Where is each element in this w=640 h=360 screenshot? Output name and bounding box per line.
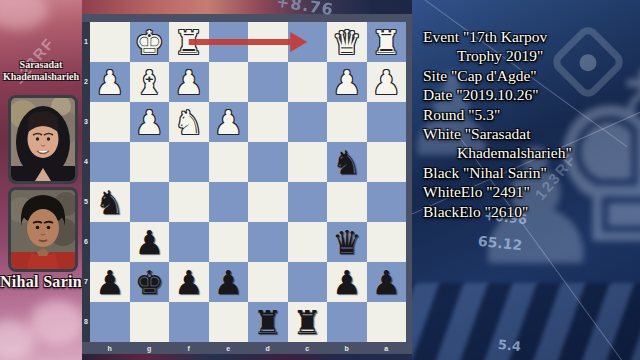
square-f2[interactable]: ♟ bbox=[169, 62, 209, 102]
pgn-tag-line-8: WhiteElo "2491" bbox=[423, 182, 638, 201]
piece-black-pawn: ♟ bbox=[367, 262, 407, 302]
square-h8[interactable] bbox=[90, 302, 130, 342]
white-player-name-line1: Sarasadat bbox=[0, 59, 82, 71]
chess-board: 12345678 ♚♜♛♜♟♝♟♟♟♟♞♟♞♞♟♛♟♚♟♟♟♟♜♜ hgfedc… bbox=[82, 14, 412, 354]
background-blur-blob bbox=[0, 0, 48, 30]
square-d5[interactable] bbox=[248, 182, 288, 222]
square-h6[interactable] bbox=[90, 222, 130, 262]
piece-white-queen: ♛ bbox=[327, 22, 367, 62]
square-f4[interactable] bbox=[169, 142, 209, 182]
chessboard-floor-backdrop bbox=[412, 283, 640, 360]
white-player-photo bbox=[8, 95, 78, 184]
square-f1[interactable]: ♜ bbox=[169, 22, 209, 62]
pgn-tags: Event "17th KarpovTrophy 2019"Site "Cap … bbox=[423, 27, 638, 221]
pgn-tag-line-2: Site "Cap d'Agde" bbox=[423, 66, 638, 85]
file-label-g: g bbox=[130, 344, 170, 354]
white-player-portrait-illustration bbox=[11, 98, 75, 181]
square-e8[interactable] bbox=[209, 302, 249, 342]
file-labels: hgfedcba bbox=[90, 344, 406, 354]
square-h5[interactable]: ♞ bbox=[90, 182, 130, 222]
bottom-banner bbox=[82, 354, 412, 360]
square-g8[interactable] bbox=[130, 302, 170, 342]
black-player-portrait-illustration bbox=[11, 190, 75, 269]
background-blur-blob bbox=[30, 300, 82, 345]
top-banner bbox=[82, 0, 412, 14]
ticker-number: 5.4 bbox=[497, 337, 521, 354]
square-b6[interactable]: ♛ bbox=[327, 222, 367, 262]
pgn-tag-line-1: Trophy 2019" bbox=[457, 46, 638, 65]
piece-white-knight: ♞ bbox=[169, 102, 209, 142]
square-e7[interactable]: ♟ bbox=[209, 262, 249, 302]
piece-black-knight: ♞ bbox=[90, 182, 130, 222]
file-label-d: d bbox=[248, 344, 288, 354]
square-f3[interactable]: ♞ bbox=[169, 102, 209, 142]
square-g2[interactable]: ♝ bbox=[130, 62, 170, 102]
rank-label-1: 1 bbox=[82, 22, 90, 62]
pgn-tag-line-7: Black "Nihal Sarin" bbox=[423, 163, 638, 182]
piece-white-bishop: ♝ bbox=[130, 62, 170, 102]
board-squares: ♚♜♛♜♟♝♟♟♟♟♞♟♞♞♟♛♟♚♟♟♟♟♜♜ bbox=[90, 22, 406, 342]
square-d1[interactable] bbox=[248, 22, 288, 62]
square-h2[interactable]: ♟ bbox=[90, 62, 130, 102]
square-b5[interactable] bbox=[327, 182, 367, 222]
square-a2[interactable]: ♟ bbox=[367, 62, 407, 102]
rank-label-3: 3 bbox=[82, 102, 90, 142]
piece-black-pawn: ♟ bbox=[130, 222, 170, 262]
piece-white-pawn: ♟ bbox=[90, 62, 130, 102]
piece-white-king: ♚ bbox=[130, 22, 170, 62]
game-info-panel: ♚ ♟ ♟ 123RF +0.96 65.12 5.4 Event "17th … bbox=[412, 0, 640, 360]
pgn-tag-line-4: Round "5.3" bbox=[423, 105, 638, 124]
square-h1[interactable] bbox=[90, 22, 130, 62]
white-player-name: Sarasadat Khademalsharieh bbox=[0, 59, 82, 83]
square-g6[interactable]: ♟ bbox=[130, 222, 170, 262]
square-b4[interactable]: ♞ bbox=[327, 142, 367, 182]
white-player-name-line2: Khademalsharieh bbox=[0, 71, 82, 83]
square-a5[interactable] bbox=[367, 182, 407, 222]
square-a4[interactable] bbox=[367, 142, 407, 182]
square-b1[interactable]: ♛ bbox=[327, 22, 367, 62]
square-c5[interactable] bbox=[288, 182, 328, 222]
file-label-c: c bbox=[288, 344, 328, 354]
video-thumbnail-root: 123RF Sarasadat Khademalsharieh bbox=[0, 0, 640, 360]
square-f5[interactable] bbox=[169, 182, 209, 222]
piece-white-pawn: ♟ bbox=[327, 62, 367, 102]
piece-black-knight: ♞ bbox=[327, 142, 367, 182]
square-c4[interactable] bbox=[288, 142, 328, 182]
rank-label-2: 2 bbox=[82, 62, 90, 102]
rank-label-7: 7 bbox=[82, 262, 90, 302]
piece-white-rook: ♜ bbox=[367, 22, 407, 62]
square-g3[interactable]: ♟ bbox=[130, 102, 170, 142]
square-f6[interactable] bbox=[169, 222, 209, 262]
square-c6[interactable] bbox=[288, 222, 328, 262]
square-e1[interactable] bbox=[209, 22, 249, 62]
piece-black-pawn: ♟ bbox=[327, 262, 367, 302]
rank-labels: 12345678 bbox=[82, 22, 90, 342]
piece-white-pawn: ♟ bbox=[209, 102, 249, 142]
file-label-h: h bbox=[90, 344, 130, 354]
square-g7[interactable]: ♚ bbox=[130, 262, 170, 302]
piece-black-pawn: ♟ bbox=[169, 262, 209, 302]
piece-white-pawn: ♟ bbox=[367, 62, 407, 102]
pgn-tag-line-9: BlackElo "2610" bbox=[423, 202, 638, 221]
square-c8[interactable]: ♜ bbox=[288, 302, 328, 342]
square-a3[interactable] bbox=[367, 102, 407, 142]
square-d6[interactable] bbox=[248, 222, 288, 262]
black-player-photo bbox=[8, 187, 78, 272]
pgn-tag-line-5: White "Sarasadat bbox=[423, 124, 638, 143]
square-d4[interactable] bbox=[248, 142, 288, 182]
square-b8[interactable] bbox=[327, 302, 367, 342]
square-a7[interactable]: ♟ bbox=[367, 262, 407, 302]
square-d7[interactable] bbox=[248, 262, 288, 302]
square-f8[interactable] bbox=[169, 302, 209, 342]
square-e3[interactable]: ♟ bbox=[209, 102, 249, 142]
square-c3[interactable] bbox=[288, 102, 328, 142]
square-e5[interactable] bbox=[209, 182, 249, 222]
file-label-f: f bbox=[169, 344, 209, 354]
square-g1[interactable]: ♚ bbox=[130, 22, 170, 62]
square-c7[interactable] bbox=[288, 262, 328, 302]
square-a8[interactable] bbox=[367, 302, 407, 342]
square-d2[interactable] bbox=[248, 62, 288, 102]
file-label-a: a bbox=[367, 344, 407, 354]
rank-label-5: 5 bbox=[82, 182, 90, 222]
square-g4[interactable] bbox=[130, 142, 170, 182]
piece-white-rook: ♜ bbox=[169, 22, 209, 62]
file-label-b: b bbox=[327, 344, 367, 354]
square-e6[interactable] bbox=[209, 222, 249, 262]
square-h4[interactable] bbox=[90, 142, 130, 182]
rank-label-6: 6 bbox=[82, 222, 90, 262]
piece-black-pawn: ♟ bbox=[90, 262, 130, 302]
square-c1[interactable] bbox=[288, 22, 328, 62]
rank-label-4: 4 bbox=[82, 142, 90, 182]
board-area: ♚♜♛♜♟♝♟♟♟♟♞♟♞♞♟♛♟♚♟♟♟♟♜♜ bbox=[90, 22, 406, 342]
piece-black-rook: ♜ bbox=[288, 302, 328, 342]
pgn-tag-line-0: Event "17th Karpov bbox=[423, 27, 638, 46]
piece-black-pawn: ♟ bbox=[209, 262, 249, 302]
square-g5[interactable] bbox=[130, 182, 170, 222]
square-e4[interactable] bbox=[209, 142, 249, 182]
square-b2[interactable]: ♟ bbox=[327, 62, 367, 102]
rank-label-8: 8 bbox=[82, 302, 90, 342]
square-a6[interactable] bbox=[367, 222, 407, 262]
square-b7[interactable]: ♟ bbox=[327, 262, 367, 302]
square-e2[interactable] bbox=[209, 62, 249, 102]
piece-black-rook: ♜ bbox=[248, 302, 288, 342]
square-a1[interactable]: ♜ bbox=[367, 22, 407, 62]
square-c2[interactable] bbox=[288, 62, 328, 102]
piece-black-king: ♚ bbox=[130, 262, 170, 302]
square-h3[interactable] bbox=[90, 102, 130, 142]
pgn-tag-line-6: Khademalsharieh" bbox=[457, 143, 638, 162]
players-sidebar: 123RF Sarasadat Khademalsharieh bbox=[0, 0, 82, 360]
piece-white-pawn: ♟ bbox=[130, 102, 170, 142]
square-d8[interactable]: ♜ bbox=[248, 302, 288, 342]
square-h7[interactable]: ♟ bbox=[90, 262, 130, 302]
piece-white-pawn: ♟ bbox=[169, 62, 209, 102]
piece-black-queen: ♛ bbox=[327, 222, 367, 262]
square-f7[interactable]: ♟ bbox=[169, 262, 209, 302]
black-player-name: Nihal Sarin bbox=[0, 273, 82, 291]
file-label-e: e bbox=[209, 344, 249, 354]
pgn-tag-line-3: Date "2019.10.26" bbox=[423, 85, 638, 104]
square-d3[interactable] bbox=[248, 102, 288, 142]
square-b3[interactable] bbox=[327, 102, 367, 142]
